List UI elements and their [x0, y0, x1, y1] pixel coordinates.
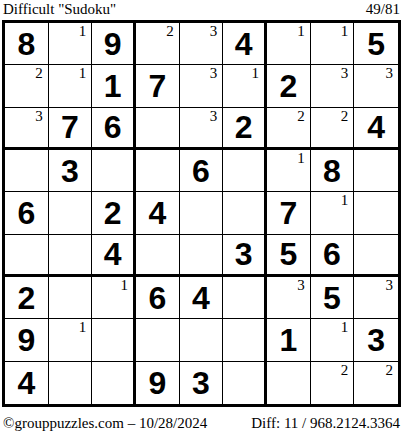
cell-r4c6[interactable] — [223, 150, 267, 192]
cell-r3c2[interactable]: 7 — [49, 108, 93, 150]
cell-r6c6[interactable]: 3 — [223, 235, 267, 277]
cell-r1c1[interactable]: 8 — [5, 23, 49, 65]
cell-r1c2[interactable]: 1 — [49, 23, 93, 65]
cell-r8c6[interactable] — [223, 319, 267, 361]
cell-r9c3[interactable] — [92, 362, 136, 404]
cell-r3c7[interactable]: 2 — [267, 108, 311, 150]
cell-r7c8[interactable]: 5 — [311, 277, 355, 319]
given-digit: 9 — [17, 324, 35, 356]
pencil-mark: 1 — [341, 24, 349, 39]
given-digit: 5 — [367, 28, 385, 60]
cell-r9c2[interactable] — [49, 362, 93, 404]
cell-r1c5[interactable]: 3 — [180, 23, 224, 65]
cell-r8c8[interactable]: 1 — [311, 319, 355, 361]
cell-r6c5[interactable] — [180, 235, 224, 277]
given-digit: 4 — [17, 367, 35, 399]
cell-r9c4[interactable]: 9 — [136, 362, 180, 404]
given-digit: 6 — [17, 197, 35, 229]
cell-r4c9[interactable] — [354, 150, 398, 192]
pencil-mark: 1 — [79, 320, 87, 335]
cell-r2c4[interactable]: 7 — [136, 65, 180, 107]
page-footer: ©grouppuzzles.com – 10/28/2024 Diff: 11 … — [3, 414, 400, 432]
cell-r7c5[interactable]: 4 — [180, 277, 224, 319]
empty-cell-counter: 49/81 — [366, 0, 400, 18]
cell-r9c1[interactable]: 4 — [5, 362, 49, 404]
cell-r2c5[interactable]: 3 — [180, 65, 224, 107]
cell-r9c9[interactable]: 2 — [354, 362, 398, 404]
cell-r7c2[interactable] — [49, 277, 93, 319]
pencil-mark: 2 — [297, 109, 305, 124]
cell-r4c3[interactable] — [92, 150, 136, 192]
pencil-mark: 1 — [297, 151, 305, 166]
given-digit: 2 — [279, 70, 297, 102]
given-digit: 8 — [323, 155, 341, 187]
cell-r7c3[interactable]: 1 — [92, 277, 136, 319]
given-digit: 1 — [279, 324, 297, 356]
cell-r8c9[interactable]: 3 — [354, 319, 398, 361]
cell-r1c8[interactable]: 1 — [311, 23, 355, 65]
cell-r7c9[interactable]: 3 — [354, 277, 398, 319]
cell-r9c5[interactable]: 3 — [180, 362, 224, 404]
cell-r1c7[interactable]: 1 — [267, 23, 311, 65]
difficulty-id: Diff: 11 / 968.2124.3364 — [251, 414, 400, 432]
cell-r2c6[interactable]: 1 — [223, 65, 267, 107]
given-digit: 7 — [279, 197, 297, 229]
cell-r4c5[interactable]: 6 — [180, 150, 224, 192]
given-digit: 4 — [192, 282, 210, 314]
pencil-mark: 2 — [341, 363, 349, 378]
cell-r7c6[interactable] — [223, 277, 267, 319]
cell-r4c7[interactable]: 1 — [267, 150, 311, 192]
cell-r4c2[interactable]: 3 — [49, 150, 93, 192]
given-digit: 2 — [104, 197, 122, 229]
given-digit: 5 — [279, 238, 297, 270]
given-digit: 6 — [323, 238, 341, 270]
pencil-mark: 1 — [79, 66, 87, 81]
given-digit: 2 — [235, 111, 253, 143]
cell-r4c1[interactable] — [5, 150, 49, 192]
cell-r1c3[interactable]: 9 — [92, 23, 136, 65]
cell-r5c3[interactable]: 2 — [92, 192, 136, 234]
cell-r3c8[interactable]: 2 — [311, 108, 355, 150]
cell-r5c4[interactable]: 4 — [136, 192, 180, 234]
cell-r2c9[interactable]: 3 — [354, 65, 398, 107]
cell-r5c5[interactable] — [180, 192, 224, 234]
cell-r3c3[interactable]: 6 — [92, 108, 136, 150]
sudoku-board: 8192341152117312333763222436186247143562… — [2, 20, 401, 407]
pencil-mark: 1 — [297, 24, 305, 39]
given-digit: 7 — [148, 70, 166, 102]
cell-r5c6[interactable] — [223, 192, 267, 234]
pencil-mark: 1 — [341, 193, 349, 208]
cell-r5c1[interactable]: 6 — [5, 192, 49, 234]
cell-r6c7[interactable]: 5 — [267, 235, 311, 277]
given-digit: 9 — [104, 28, 122, 60]
given-digit: 7 — [61, 111, 79, 143]
pencil-mark: 2 — [341, 109, 349, 124]
pencil-mark: 1 — [252, 66, 260, 81]
pencil-mark: 2 — [35, 66, 43, 81]
sudoku-page: Difficult "Sudoku" 49/81 819234115211731… — [0, 0, 403, 437]
given-digit: 3 — [367, 324, 385, 356]
cell-r2c7[interactable]: 2 — [267, 65, 311, 107]
given-digit: 2 — [17, 282, 35, 314]
pencil-mark: 1 — [79, 24, 87, 39]
cell-r7c4[interactable]: 6 — [136, 277, 180, 319]
given-digit: 9 — [148, 367, 166, 399]
cell-r9c8[interactable]: 2 — [311, 362, 355, 404]
cell-r7c7[interactable]: 3 — [267, 277, 311, 319]
cell-r8c7[interactable]: 1 — [267, 319, 311, 361]
pencil-mark: 3 — [35, 109, 43, 124]
given-digit: 1 — [104, 70, 122, 102]
given-digit: 8 — [17, 28, 35, 60]
copyright-date: ©grouppuzzles.com – 10/28/2024 — [3, 414, 207, 432]
cell-r8c3[interactable] — [92, 319, 136, 361]
given-digit: 6 — [148, 282, 166, 314]
cell-r8c5[interactable] — [180, 319, 224, 361]
cell-r3c4[interactable] — [136, 108, 180, 150]
pencil-mark: 3 — [386, 66, 394, 81]
cell-r5c7[interactable]: 7 — [267, 192, 311, 234]
cell-r9c6[interactable] — [223, 362, 267, 404]
given-digit: 4 — [148, 197, 166, 229]
given-digit: 6 — [104, 111, 122, 143]
cell-r6c1[interactable] — [5, 235, 49, 277]
cell-r2c8[interactable]: 3 — [311, 65, 355, 107]
given-digit: 5 — [323, 282, 341, 314]
cell-r9c7[interactable] — [267, 362, 311, 404]
cell-r4c8[interactable]: 8 — [311, 150, 355, 192]
pencil-mark: 1 — [341, 320, 349, 335]
cell-r6c4[interactable] — [136, 235, 180, 277]
cell-r4c4[interactable] — [136, 150, 180, 192]
cell-r8c1[interactable]: 9 — [5, 319, 49, 361]
cell-r6c3[interactable]: 4 — [92, 235, 136, 277]
cell-r7c1[interactable]: 2 — [5, 277, 49, 319]
given-digit: 4 — [104, 238, 122, 270]
given-digit: 3 — [235, 238, 253, 270]
cell-r5c9[interactable] — [354, 192, 398, 234]
page-title: Difficult "Sudoku" — [3, 0, 116, 18]
given-digit: 3 — [61, 155, 79, 187]
cell-r3c1[interactable]: 3 — [5, 108, 49, 150]
pencil-mark: 2 — [166, 24, 174, 39]
pencil-mark: 3 — [341, 66, 349, 81]
pencil-mark: 3 — [210, 66, 218, 81]
cell-r6c8[interactable]: 6 — [311, 235, 355, 277]
cell-r5c2[interactable] — [49, 192, 93, 234]
pencil-mark: 3 — [297, 278, 305, 293]
cell-r1c4[interactable]: 2 — [136, 23, 180, 65]
pencil-mark: 3 — [386, 278, 394, 293]
given-digit: 6 — [192, 155, 210, 187]
cell-r8c2[interactable]: 1 — [49, 319, 93, 361]
given-digit: 3 — [192, 367, 210, 399]
cell-r1c9[interactable]: 5 — [354, 23, 398, 65]
cell-r3c6[interactable]: 2 — [223, 108, 267, 150]
given-digit: 4 — [235, 28, 253, 60]
cell-r2c1[interactable]: 2 — [5, 65, 49, 107]
cell-r5c8[interactable]: 1 — [311, 192, 355, 234]
cell-r3c5[interactable]: 3 — [180, 108, 224, 150]
pencil-mark: 1 — [121, 278, 129, 293]
pencil-mark: 3 — [210, 109, 218, 124]
pencil-mark: 3 — [210, 24, 218, 39]
cell-r2c3[interactable]: 1 — [92, 65, 136, 107]
cell-r2c2[interactable]: 1 — [49, 65, 93, 107]
cell-r6c2[interactable] — [49, 235, 93, 277]
pencil-mark: 2 — [386, 363, 394, 378]
given-digit: 4 — [367, 111, 385, 143]
page-header: Difficult "Sudoku" 49/81 — [3, 0, 400, 18]
cell-r3c9[interactable]: 4 — [354, 108, 398, 150]
cell-r6c9[interactable] — [354, 235, 398, 277]
cell-r1c6[interactable]: 4 — [223, 23, 267, 65]
cell-r8c4[interactable] — [136, 319, 180, 361]
